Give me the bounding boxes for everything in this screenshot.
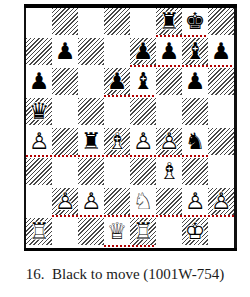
black-rook-icon: ♜: [156, 8, 182, 35]
square-g2: ♟♙: [182, 188, 208, 215]
square-g1: ♚♔: [182, 218, 208, 245]
square-b2: ♟♙: [52, 188, 78, 215]
square-f1: [156, 218, 182, 245]
square-d8: [104, 8, 130, 35]
black-king-icon: ♚: [182, 8, 208, 35]
board-row-rank-5: ♛: [26, 98, 234, 128]
square-c1: [78, 218, 104, 245]
black-knight-icon: ♞: [182, 128, 208, 155]
black-pawn-icon: ♟: [208, 38, 234, 65]
square-e8: [130, 8, 156, 35]
square-h4: [208, 128, 234, 155]
square-h2: ♟♙: [208, 188, 234, 215]
square-h8: [208, 8, 234, 35]
board-row-rank-7: ♟♟♟♝♟: [26, 38, 234, 68]
black-rook-icon: ♜: [78, 128, 104, 155]
white-pawn-icon: ♙: [52, 188, 78, 215]
black-pawn-icon: ♟: [156, 38, 182, 65]
square-a6: ♟: [26, 68, 52, 95]
square-e7: ♟: [130, 38, 156, 65]
chess-diagram-page: ♜♚♟♟♟♝♟♟♟♝♟♛♟♙♜♝♗♟♙♟♙♞♝♗♟♙♟♙♞♘♟♙♟♙♜♖♛♕♜♖…: [0, 0, 250, 297]
black-pawn-icon: ♟: [130, 38, 156, 65]
square-b4: [52, 128, 78, 155]
white-pawn-icon: ♙: [130, 128, 156, 155]
square-f7: ♟: [156, 38, 182, 65]
square-c5: [78, 98, 104, 125]
square-g8: ♚: [182, 8, 208, 35]
black-pawn-icon: ♟: [52, 38, 78, 65]
spellcheck-underline: [104, 245, 156, 248]
chess-board: ♜♚♟♟♟♝♟♟♟♝♟♛♟♙♜♝♗♟♙♟♙♞♝♗♟♙♟♙♞♘♟♙♟♙♜♖♛♕♜♖…: [24, 4, 237, 251]
white-rook-icon: ♖: [130, 218, 156, 245]
white-pawn-icon: ♙: [78, 188, 104, 215]
white-pawn-icon: ♙: [182, 188, 208, 215]
board-row-rank-1: ♜♖♛♕♜♖♚♔: [26, 218, 234, 248]
square-c2: ♟♙: [78, 188, 104, 215]
square-h1: [208, 218, 234, 245]
square-d3: [104, 158, 130, 185]
white-pawn-icon: ♙: [26, 128, 52, 155]
square-d5: [104, 98, 130, 125]
square-f8: ♜: [156, 8, 182, 35]
square-a5: ♛: [26, 98, 52, 125]
square-g5: [182, 98, 208, 125]
square-f5: [156, 98, 182, 125]
square-a3: [26, 158, 52, 185]
square-a7: [26, 38, 52, 65]
square-d7: [104, 38, 130, 65]
black-pawn-icon: ♟: [182, 68, 208, 95]
square-f3: ♝♗: [156, 158, 182, 185]
board-bottom-border: [24, 248, 237, 251]
white-bishop-icon: ♗: [104, 128, 130, 155]
square-b5: [52, 98, 78, 125]
square-a2: [26, 188, 52, 215]
board-row-rank-6: ♟♟♝♟: [26, 68, 234, 98]
white-knight-icon: ♘: [130, 188, 156, 215]
white-king-icon: ♔: [182, 218, 208, 245]
square-c4: ♜: [78, 128, 104, 155]
board-row-rank-3: ♝♗: [26, 158, 234, 188]
square-b1: [52, 218, 78, 245]
square-f6: [156, 68, 182, 95]
square-a8: [26, 8, 52, 35]
square-d2: [104, 188, 130, 215]
square-e5: [130, 98, 156, 125]
square-g7: ♝: [182, 38, 208, 65]
white-rook-icon: ♖: [26, 218, 52, 245]
square-d6: ♟: [104, 68, 130, 95]
white-pawn-icon: ♙: [156, 128, 182, 155]
square-a1: ♜♖: [26, 218, 52, 245]
square-e2: ♞♘: [130, 188, 156, 215]
square-c7: [78, 38, 104, 65]
black-pawn-icon: ♟: [26, 68, 52, 95]
black-pawn-icon: ♟: [104, 68, 130, 95]
square-a4: ♟♙: [26, 128, 52, 155]
black-bishop-icon: ♝: [182, 38, 208, 65]
square-e6: ♝: [130, 68, 156, 95]
square-b6: [52, 68, 78, 95]
square-f4: ♟♙: [156, 128, 182, 155]
square-h7: ♟: [208, 38, 234, 65]
square-g4: ♞: [182, 128, 208, 155]
white-bishop-icon: ♗: [156, 158, 182, 185]
square-e1: ♜♖: [130, 218, 156, 245]
square-c8: [78, 8, 104, 35]
board-row-rank-4: ♟♙♜♝♗♟♙♟♙♞: [26, 128, 234, 158]
square-h3: [208, 158, 234, 185]
board-row-rank-8: ♜♚: [26, 8, 234, 38]
square-h6: [208, 68, 234, 95]
black-queen-icon: ♛: [26, 98, 52, 125]
white-pawn-icon: ♙: [208, 188, 234, 215]
square-g3: [182, 158, 208, 185]
square-d1: ♛♕: [104, 218, 130, 245]
square-c3: [78, 158, 104, 185]
square-e4: ♟♙: [130, 128, 156, 155]
diagram-caption: 16. Black to move (1001W-754): [0, 266, 250, 283]
black-bishop-icon: ♝: [130, 68, 156, 95]
square-c6: [78, 68, 104, 95]
square-d4: ♝♗: [104, 128, 130, 155]
square-b7: ♟: [52, 38, 78, 65]
square-h5: [208, 98, 234, 125]
white-queen-icon: ♕: [104, 218, 130, 245]
board-rows: ♜♚♟♟♟♝♟♟♟♝♟♛♟♙♜♝♗♟♙♟♙♞♝♗♟♙♟♙♞♘♟♙♟♙♜♖♛♕♜♖…: [24, 8, 237, 248]
board-row-rank-2: ♟♙♟♙♞♘♟♙♟♙: [26, 188, 234, 218]
square-f2: [156, 188, 182, 215]
square-b3: [52, 158, 78, 185]
square-g6: ♟: [182, 68, 208, 95]
square-b8: [52, 8, 78, 35]
square-e3: [130, 158, 156, 185]
